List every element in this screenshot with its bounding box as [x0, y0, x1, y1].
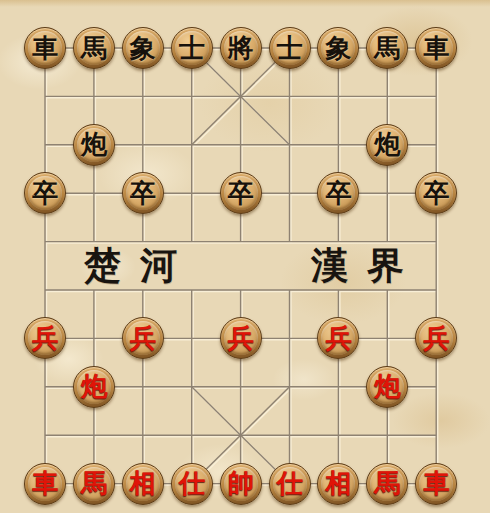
- piece-black-cannon[interactable]: 炮: [366, 124, 408, 166]
- piece-label: 象: [123, 28, 163, 68]
- piece-black-elephant[interactable]: 象: [317, 27, 359, 69]
- piece-label: 車: [416, 464, 456, 504]
- piece-red-elephant[interactable]: 相: [122, 463, 164, 505]
- piece-label: 炮: [74, 367, 114, 407]
- piece-label: 帥: [221, 464, 261, 504]
- piece-red-advisor[interactable]: 仕: [269, 463, 311, 505]
- piece-red-horse[interactable]: 馬: [73, 463, 115, 505]
- piece-red-advisor[interactable]: 仕: [171, 463, 213, 505]
- piece-red-cannon[interactable]: 炮: [366, 366, 408, 408]
- piece-label: 卒: [221, 173, 261, 213]
- piece-black-soldier[interactable]: 卒: [415, 172, 457, 214]
- piece-label: 馬: [74, 464, 114, 504]
- piece-red-soldier[interactable]: 兵: [317, 317, 359, 359]
- piece-red-chariot[interactable]: 車: [415, 463, 457, 505]
- piece-label: 車: [25, 28, 65, 68]
- piece-black-soldier[interactable]: 卒: [220, 172, 262, 214]
- piece-label: 馬: [367, 28, 407, 68]
- piece-label: 炮: [367, 367, 407, 407]
- piece-label: 將: [221, 28, 261, 68]
- river-text-right: 漢界: [311, 245, 423, 285]
- piece-label: 象: [318, 28, 358, 68]
- piece-label: 炮: [367, 125, 407, 165]
- piece-black-soldier[interactable]: 卒: [122, 172, 164, 214]
- piece-black-advisor[interactable]: 士: [269, 27, 311, 69]
- piece-label: 兵: [318, 318, 358, 358]
- piece-label: 車: [416, 28, 456, 68]
- piece-red-soldier[interactable]: 兵: [220, 317, 262, 359]
- piece-black-soldier[interactable]: 卒: [24, 172, 66, 214]
- piece-red-chariot[interactable]: 車: [24, 463, 66, 505]
- piece-black-chariot[interactable]: 車: [415, 27, 457, 69]
- piece-label: 兵: [25, 318, 65, 358]
- piece-black-horse[interactable]: 馬: [73, 27, 115, 69]
- piece-label: 相: [318, 464, 358, 504]
- piece-red-horse[interactable]: 馬: [366, 463, 408, 505]
- piece-black-cannon[interactable]: 炮: [73, 124, 115, 166]
- piece-label: 馬: [367, 464, 407, 504]
- piece-label: 卒: [123, 173, 163, 213]
- piece-black-general[interactable]: 將: [220, 27, 262, 69]
- piece-black-horse[interactable]: 馬: [366, 27, 408, 69]
- piece-label: 仕: [172, 464, 212, 504]
- piece-black-chariot[interactable]: 車: [24, 27, 66, 69]
- piece-label: 卒: [25, 173, 65, 213]
- piece-label: 士: [270, 28, 310, 68]
- piece-label: 兵: [123, 318, 163, 358]
- piece-label: 仕: [270, 464, 310, 504]
- piece-red-general[interactable]: 帥: [220, 463, 262, 505]
- piece-red-soldier[interactable]: 兵: [24, 317, 66, 359]
- piece-black-soldier[interactable]: 卒: [317, 172, 359, 214]
- piece-label: 相: [123, 464, 163, 504]
- piece-red-elephant[interactable]: 相: [317, 463, 359, 505]
- piece-label: 馬: [74, 28, 114, 68]
- piece-red-cannon[interactable]: 炮: [73, 366, 115, 408]
- piece-label: 卒: [318, 173, 358, 213]
- piece-label: 士: [172, 28, 212, 68]
- xiangqi-board: 楚河 漢界 車馬象士將士象馬車炮炮卒卒卒卒卒兵兵兵兵兵炮炮車馬相仕帥仕相馬車: [0, 0, 490, 513]
- piece-label: 車: [25, 464, 65, 504]
- piece-label: 卒: [416, 173, 456, 213]
- piece-red-soldier[interactable]: 兵: [122, 317, 164, 359]
- piece-label: 兵: [221, 318, 261, 358]
- river-text-left: 楚河: [84, 245, 196, 285]
- piece-black-elephant[interactable]: 象: [122, 27, 164, 69]
- piece-label: 兵: [416, 318, 456, 358]
- piece-black-advisor[interactable]: 士: [171, 27, 213, 69]
- piece-red-soldier[interactable]: 兵: [415, 317, 457, 359]
- piece-label: 炮: [74, 125, 114, 165]
